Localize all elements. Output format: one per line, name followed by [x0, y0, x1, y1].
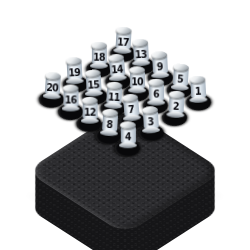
peg-8[interactable]: 8 [99, 109, 119, 137]
cap-base-rim [142, 127, 160, 134]
cap-base-rim [62, 106, 80, 112]
peg-10[interactable]: 10 [128, 66, 146, 93]
cap-base-rim [118, 142, 136, 148]
peg-15[interactable]: 15 [84, 69, 103, 97]
cap-top-face [106, 81, 122, 90]
cap-base-rim [99, 129, 117, 136]
peg-4[interactable]: 4 [118, 121, 136, 148]
peg-6[interactable]: 6 [147, 79, 165, 106]
peg-14[interactable]: 14 [107, 54, 127, 82]
cap-base-rim [189, 96, 207, 103]
peg-13[interactable]: 13 [131, 39, 150, 67]
peg-2[interactable]: 2 [166, 90, 186, 118]
cap-top-face [148, 79, 164, 87]
cap-top-face [119, 121, 135, 129]
cap-base-rim [147, 100, 165, 106]
cap-base-rim [166, 111, 184, 118]
cap-top-face [173, 63, 189, 72]
cap-top-face [129, 66, 145, 74]
peg-5[interactable]: 5 [170, 63, 190, 91]
peg-20[interactable]: 20 [43, 72, 63, 100]
peg-3[interactable]: 3 [141, 106, 160, 134]
peg-18[interactable]: 18 [90, 42, 108, 69]
cap-top-face [81, 97, 97, 105]
peg-9[interactable]: 9 [150, 51, 169, 79]
peg-7[interactable]: 7 [121, 93, 141, 121]
peg-16[interactable]: 16 [62, 85, 80, 112]
peg-12[interactable]: 12 [80, 97, 98, 124]
peg-19[interactable]: 19 [65, 57, 84, 85]
peg-1[interactable]: 1 [188, 75, 207, 103]
cap-base-rim [80, 118, 98, 124]
peg-board-grid: 20 19 18 17 [30, 40, 220, 162]
product-photo: 20 19 18 17 [0, 0, 250, 250]
